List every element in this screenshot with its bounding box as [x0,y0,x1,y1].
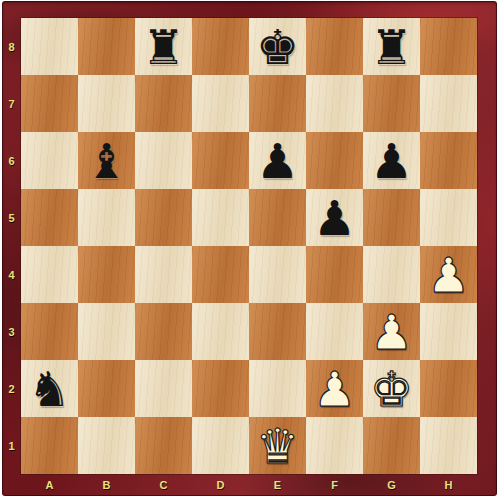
square-f5[interactable]: ♟ [306,189,363,246]
square-a7[interactable] [21,75,78,132]
square-c7[interactable] [135,75,192,132]
square-h2[interactable] [420,360,477,417]
square-g6[interactable]: ♟ [363,132,420,189]
square-a2[interactable]: ♞ [21,360,78,417]
square-b2[interactable] [78,360,135,417]
square-b5[interactable] [78,189,135,246]
square-g4[interactable] [363,246,420,303]
square-g2[interactable]: ♚ [363,360,420,417]
square-d5[interactable] [192,189,249,246]
board-frame: ♜♚♜♝♟♟♟♟♟♞♟♚♛ 87654321ABCDEFGH [2,1,497,496]
square-c3[interactable] [135,303,192,360]
rank-label-2: 2 [4,360,19,417]
square-d7[interactable] [192,75,249,132]
square-h1[interactable] [420,417,477,474]
square-f1[interactable] [306,417,363,474]
square-e7[interactable] [249,75,306,132]
square-g1[interactable] [363,417,420,474]
square-b4[interactable] [78,246,135,303]
square-f3[interactable] [306,303,363,360]
square-e6[interactable]: ♟ [249,132,306,189]
rank-label-3: 3 [4,303,19,360]
square-g5[interactable] [363,189,420,246]
white-king-g2[interactable]: ♚ [363,360,420,417]
white-pawn-h4[interactable]: ♟ [420,246,477,303]
square-e1[interactable]: ♛ [249,417,306,474]
square-c2[interactable] [135,360,192,417]
chess-diagram: ♜♚♜♝♟♟♟♟♟♞♟♚♛ 87654321ABCDEFGH [0,0,500,498]
rank-label-7: 7 [4,75,19,132]
black-pawn-g6[interactable]: ♟ [363,132,420,189]
square-e2[interactable] [249,360,306,417]
square-e5[interactable] [249,189,306,246]
file-label-b: B [78,475,135,495]
square-e4[interactable] [249,246,306,303]
square-c8[interactable]: ♜ [135,18,192,75]
square-b3[interactable] [78,303,135,360]
file-label-h: H [420,475,477,495]
rank-label-1: 1 [4,417,19,474]
square-a5[interactable] [21,189,78,246]
square-d8[interactable] [192,18,249,75]
rank-label-4: 4 [4,246,19,303]
square-f7[interactable] [306,75,363,132]
square-d1[interactable] [192,417,249,474]
black-rook-c8[interactable]: ♜ [135,18,192,75]
square-e8[interactable]: ♚ [249,18,306,75]
square-h6[interactable] [420,132,477,189]
square-d4[interactable] [192,246,249,303]
black-knight-a2[interactable]: ♞ [21,360,78,417]
rank-label-8: 8 [4,18,19,75]
file-label-e: E [249,475,306,495]
square-c4[interactable] [135,246,192,303]
file-label-a: A [21,475,78,495]
white-pawn-g3[interactable]: ♟ [363,303,420,360]
black-king-e8[interactable]: ♚ [249,18,306,75]
white-queen-e1[interactable]: ♛ [249,417,306,474]
square-h7[interactable] [420,75,477,132]
square-f6[interactable] [306,132,363,189]
black-bishop-b6[interactable]: ♝ [78,132,135,189]
square-g8[interactable]: ♜ [363,18,420,75]
square-c6[interactable] [135,132,192,189]
square-a6[interactable] [21,132,78,189]
file-label-c: C [135,475,192,495]
square-d6[interactable] [192,132,249,189]
black-pawn-f5[interactable]: ♟ [306,189,363,246]
file-label-f: F [306,475,363,495]
square-h8[interactable] [420,18,477,75]
square-a3[interactable] [21,303,78,360]
black-rook-g8[interactable]: ♜ [363,18,420,75]
square-h3[interactable] [420,303,477,360]
white-pawn-f2[interactable]: ♟ [306,360,363,417]
square-a1[interactable] [21,417,78,474]
square-f8[interactable] [306,18,363,75]
file-label-d: D [192,475,249,495]
square-d2[interactable] [192,360,249,417]
chess-board: ♜♚♜♝♟♟♟♟♟♞♟♚♛ [21,18,477,474]
file-label-g: G [363,475,420,495]
square-d3[interactable] [192,303,249,360]
square-c5[interactable] [135,189,192,246]
square-f2[interactable]: ♟ [306,360,363,417]
square-b6[interactable]: ♝ [78,132,135,189]
square-a8[interactable] [21,18,78,75]
square-g3[interactable]: ♟ [363,303,420,360]
square-f4[interactable] [306,246,363,303]
square-b1[interactable] [78,417,135,474]
square-a4[interactable] [21,246,78,303]
square-h5[interactable] [420,189,477,246]
square-e3[interactable] [249,303,306,360]
black-pawn-e6[interactable]: ♟ [249,132,306,189]
square-b7[interactable] [78,75,135,132]
rank-label-5: 5 [4,189,19,246]
square-b8[interactable] [78,18,135,75]
rank-label-6: 6 [4,132,19,189]
square-h4[interactable]: ♟ [420,246,477,303]
square-c1[interactable] [135,417,192,474]
square-g7[interactable] [363,75,420,132]
